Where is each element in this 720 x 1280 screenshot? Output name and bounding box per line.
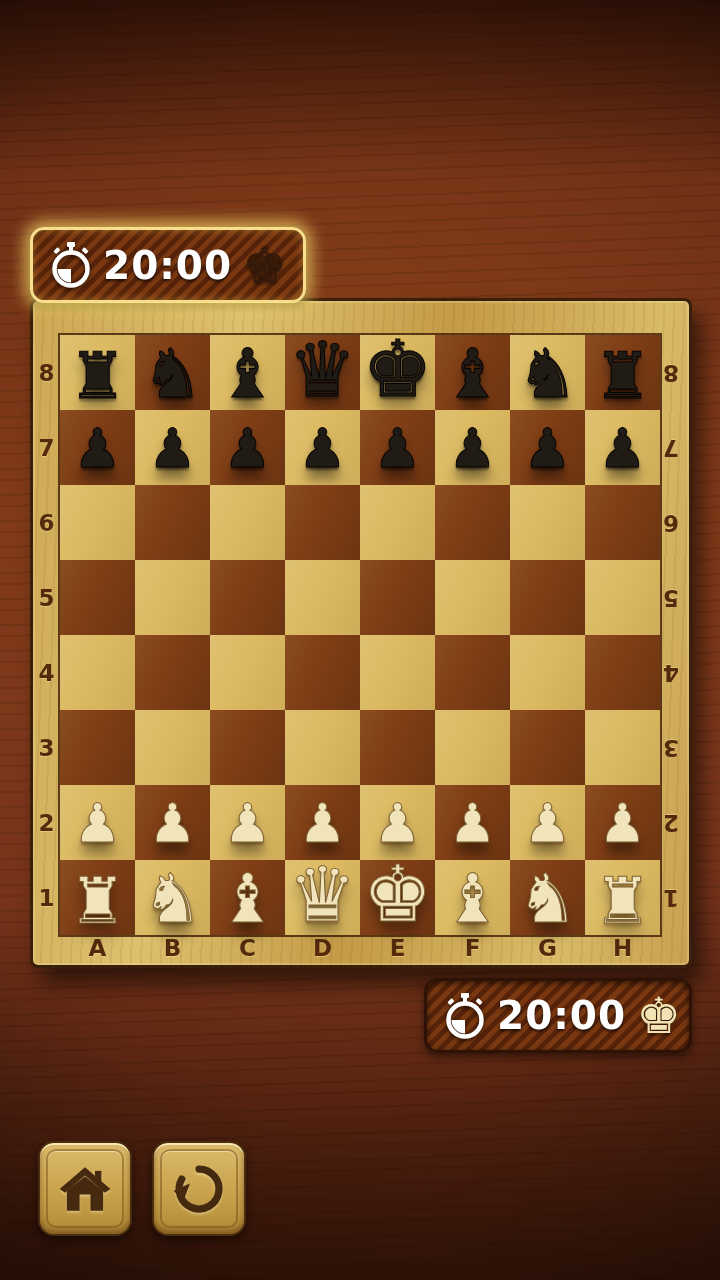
square-d6[interactable] bbox=[285, 485, 360, 560]
square-f8[interactable]: ♝ bbox=[435, 335, 510, 410]
black-rook: ♜ bbox=[594, 344, 651, 408]
black-rook: ♜ bbox=[69, 344, 126, 408]
black-pawn: ♟ bbox=[373, 422, 421, 476]
restart-icon bbox=[170, 1160, 228, 1218]
square-a8[interactable]: ♜ bbox=[60, 335, 135, 410]
stopwatch-icon bbox=[49, 241, 93, 289]
coordinate-label: 2 bbox=[33, 785, 60, 860]
square-d5[interactable] bbox=[285, 560, 360, 635]
square-b3[interactable] bbox=[135, 710, 210, 785]
square-a4[interactable] bbox=[60, 635, 135, 710]
white-pawn: ♟ bbox=[73, 797, 121, 851]
square-d8[interactable]: ♛ bbox=[285, 335, 360, 410]
square-h4[interactable] bbox=[585, 635, 660, 710]
black-knight: ♞ bbox=[142, 340, 203, 408]
square-h5[interactable] bbox=[585, 560, 660, 635]
coordinate-label: 8 bbox=[33, 335, 60, 410]
white-bishop: ♝ bbox=[217, 865, 278, 933]
coordinate-label: B bbox=[135, 931, 210, 965]
square-e8[interactable]: ♚ bbox=[360, 335, 435, 410]
square-e5[interactable] bbox=[360, 560, 435, 635]
black-clock-panel: 20:00 ♚ bbox=[30, 227, 306, 303]
white-pawn: ♟ bbox=[523, 797, 571, 851]
black-pawn: ♟ bbox=[298, 422, 346, 476]
home-icon bbox=[56, 1160, 114, 1218]
black-king-icon: ♚ bbox=[242, 240, 287, 290]
square-h8[interactable]: ♜ bbox=[585, 335, 660, 410]
white-pawn: ♟ bbox=[298, 797, 346, 851]
rank-labels-left: 87654321 bbox=[33, 335, 60, 935]
coordinate-label: 6 bbox=[33, 485, 60, 560]
white-pawn: ♟ bbox=[148, 797, 196, 851]
square-c8[interactable]: ♝ bbox=[210, 335, 285, 410]
square-g1[interactable]: ♞ bbox=[510, 860, 585, 935]
stopwatch-icon bbox=[443, 992, 487, 1040]
file-labels-bottom: ABCDEFGH bbox=[60, 931, 660, 965]
square-d3[interactable] bbox=[285, 710, 360, 785]
square-c5[interactable] bbox=[210, 560, 285, 635]
square-f6[interactable] bbox=[435, 485, 510, 560]
square-e3[interactable] bbox=[360, 710, 435, 785]
square-g3[interactable] bbox=[510, 710, 585, 785]
square-b6[interactable] bbox=[135, 485, 210, 560]
coordinate-label: C bbox=[210, 931, 285, 965]
square-c6[interactable] bbox=[210, 485, 285, 560]
square-f5[interactable] bbox=[435, 560, 510, 635]
square-c7[interactable]: ♟ bbox=[210, 410, 285, 485]
square-a6[interactable] bbox=[60, 485, 135, 560]
square-e4[interactable] bbox=[360, 635, 435, 710]
square-b5[interactable] bbox=[135, 560, 210, 635]
black-pawn: ♟ bbox=[223, 422, 271, 476]
black-pawn: ♟ bbox=[73, 422, 121, 476]
square-f4[interactable] bbox=[435, 635, 510, 710]
square-h2[interactable]: ♟ bbox=[585, 785, 660, 860]
square-b8[interactable]: ♞ bbox=[135, 335, 210, 410]
white-pawn: ♟ bbox=[448, 797, 496, 851]
square-d2[interactable]: ♟ bbox=[285, 785, 360, 860]
square-a2[interactable]: ♟ bbox=[60, 785, 135, 860]
black-pawn: ♟ bbox=[598, 422, 646, 476]
white-clock-time: 20:00 bbox=[497, 993, 626, 1038]
square-a3[interactable] bbox=[60, 710, 135, 785]
square-c1[interactable]: ♝ bbox=[210, 860, 285, 935]
white-pawn: ♟ bbox=[373, 797, 421, 851]
white-knight: ♞ bbox=[517, 865, 578, 933]
square-e2[interactable]: ♟ bbox=[360, 785, 435, 860]
square-b2[interactable]: ♟ bbox=[135, 785, 210, 860]
coordinate-label: 4 bbox=[33, 635, 60, 710]
square-g7[interactable]: ♟ bbox=[510, 410, 585, 485]
square-e7[interactable]: ♟ bbox=[360, 410, 435, 485]
coordinate-label: E bbox=[360, 931, 435, 965]
chess-board: 87654321 87654321 ABCDEFGH ♜♞♝♛♚♝♞♜♟♟♟♟♟… bbox=[30, 298, 692, 968]
white-king-icon: ♚ bbox=[636, 991, 681, 1041]
white-clock-panel: 20:00 ♚ bbox=[424, 978, 692, 1053]
white-rook: ♜ bbox=[69, 869, 126, 933]
square-h1[interactable]: ♜ bbox=[585, 860, 660, 935]
square-d1[interactable]: ♛ bbox=[285, 860, 360, 935]
square-e1[interactable]: ♚ bbox=[360, 860, 435, 935]
white-knight: ♞ bbox=[142, 865, 203, 933]
square-e6[interactable] bbox=[360, 485, 435, 560]
coordinate-label: G bbox=[510, 931, 585, 965]
board-grid: ♜♞♝♛♚♝♞♜♟♟♟♟♟♟♟♟♟♟♟♟♟♟♟♟♜♞♝♛♚♝♞♜ bbox=[60, 335, 660, 935]
square-g8[interactable]: ♞ bbox=[510, 335, 585, 410]
coordinate-label: A bbox=[60, 931, 135, 965]
square-a7[interactable]: ♟ bbox=[60, 410, 135, 485]
white-pawn: ♟ bbox=[598, 797, 646, 851]
square-g5[interactable] bbox=[510, 560, 585, 635]
home-button[interactable] bbox=[38, 1141, 132, 1236]
square-a1[interactable]: ♜ bbox=[60, 860, 135, 935]
square-h6[interactable] bbox=[585, 485, 660, 560]
white-rook: ♜ bbox=[594, 869, 651, 933]
square-g6[interactable] bbox=[510, 485, 585, 560]
square-c4[interactable] bbox=[210, 635, 285, 710]
square-d4[interactable] bbox=[285, 635, 360, 710]
black-bishop: ♝ bbox=[442, 340, 503, 408]
restart-button[interactable] bbox=[152, 1141, 246, 1236]
black-pawn: ♟ bbox=[523, 422, 571, 476]
black-pawn: ♟ bbox=[448, 422, 496, 476]
square-a5[interactable] bbox=[60, 560, 135, 635]
square-g4[interactable] bbox=[510, 635, 585, 710]
square-d7[interactable]: ♟ bbox=[285, 410, 360, 485]
square-h3[interactable] bbox=[585, 710, 660, 785]
white-king: ♚ bbox=[363, 855, 433, 933]
coordinate-label: F bbox=[435, 931, 510, 965]
square-f3[interactable] bbox=[435, 710, 510, 785]
game-screen: 20:00 ♚ 87654321 87654321 ABCDEFGH ♜♞♝♛♚… bbox=[0, 0, 720, 1280]
square-b1[interactable]: ♞ bbox=[135, 860, 210, 935]
coordinate-label: 7 bbox=[33, 410, 60, 485]
coordinate-label: 5 bbox=[33, 560, 60, 635]
square-b4[interactable] bbox=[135, 635, 210, 710]
square-f1[interactable]: ♝ bbox=[435, 860, 510, 935]
square-b7[interactable]: ♟ bbox=[135, 410, 210, 485]
black-king: ♚ bbox=[363, 330, 433, 408]
coordinate-label: D bbox=[285, 931, 360, 965]
black-queen: ♛ bbox=[288, 332, 356, 408]
white-queen: ♛ bbox=[288, 857, 356, 933]
black-pawn: ♟ bbox=[148, 422, 196, 476]
square-h7[interactable]: ♟ bbox=[585, 410, 660, 485]
square-c2[interactable]: ♟ bbox=[210, 785, 285, 860]
white-bishop: ♝ bbox=[442, 865, 503, 933]
black-clock-time: 20:00 bbox=[103, 243, 232, 288]
square-c3[interactable] bbox=[210, 710, 285, 785]
coordinate-label: 3 bbox=[33, 710, 60, 785]
square-f2[interactable]: ♟ bbox=[435, 785, 510, 860]
square-f7[interactable]: ♟ bbox=[435, 410, 510, 485]
white-pawn: ♟ bbox=[223, 797, 271, 851]
black-bishop: ♝ bbox=[217, 340, 278, 408]
coordinate-label: 1 bbox=[33, 860, 60, 935]
square-g2[interactable]: ♟ bbox=[510, 785, 585, 860]
black-knight: ♞ bbox=[517, 340, 578, 408]
coordinate-label: H bbox=[585, 931, 660, 965]
